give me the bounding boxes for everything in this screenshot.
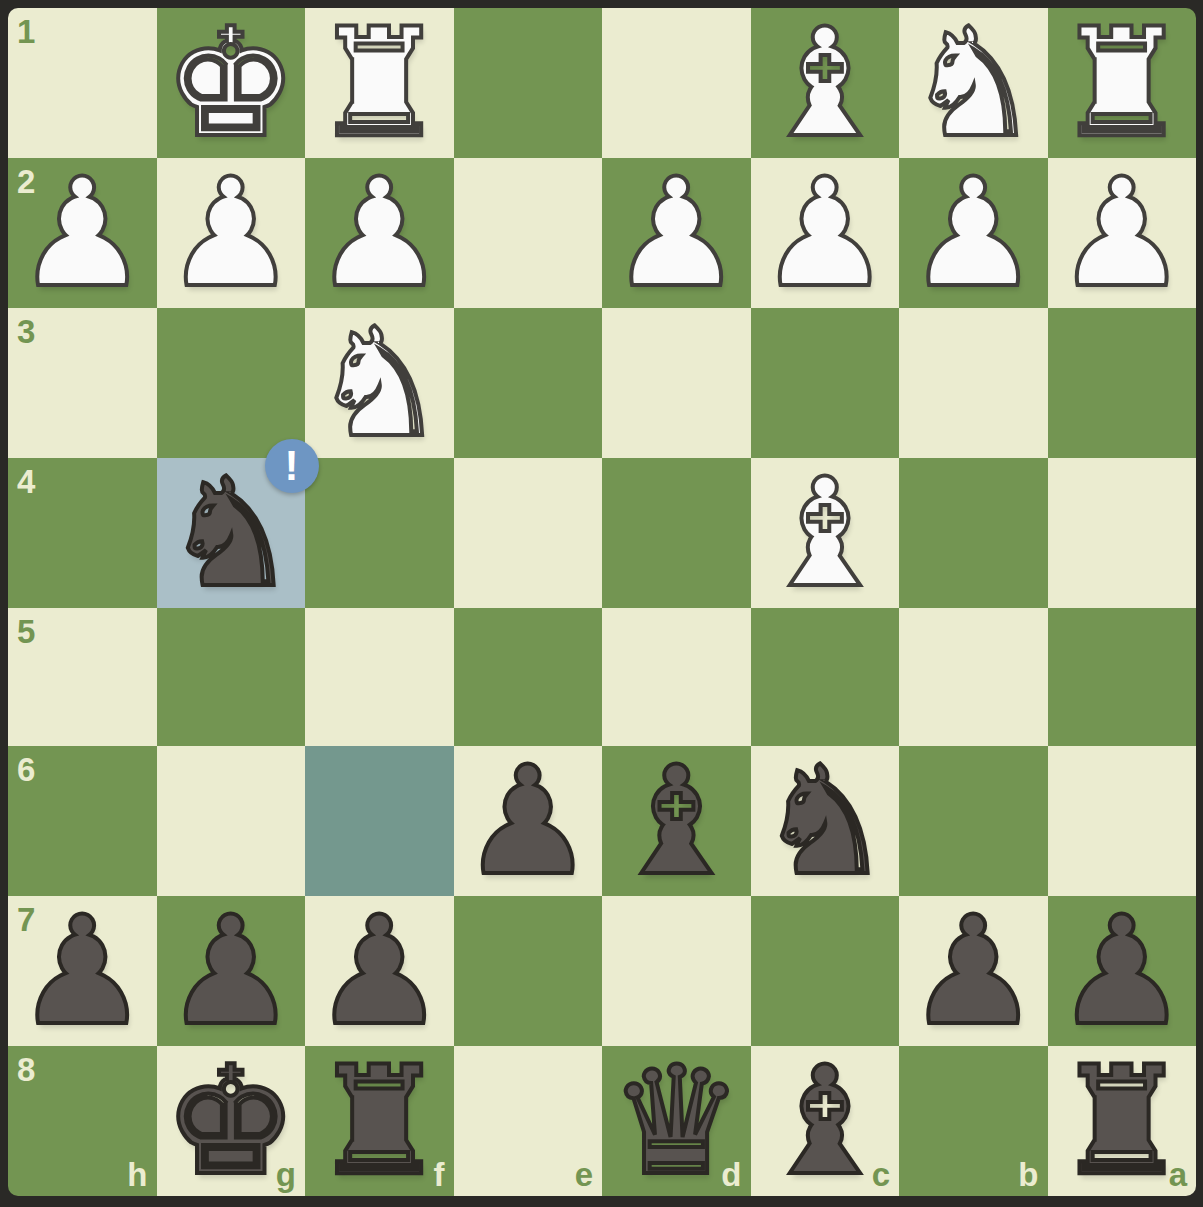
square-c3[interactable] (751, 308, 900, 458)
piece-black-knight[interactable]: ♞ (758, 746, 892, 896)
square-e2[interactable] (454, 158, 603, 308)
square-a8[interactable]: a♜ (1048, 1046, 1197, 1196)
square-h7[interactable]: 7♟ (8, 896, 157, 1046)
square-f3[interactable]: ♞ (305, 308, 454, 458)
square-a4[interactable] (1048, 458, 1197, 608)
file-label-h: h (127, 1158, 147, 1191)
chess-board: 1♚♜♝♞♜2♟♟♟♟♟♟♟3♞4♞!♝56♟♝♞7♟♟♟♟♟8hg♚f♜ed♛… (8, 8, 1196, 1196)
square-f7[interactable]: ♟ (305, 896, 454, 1046)
square-d4[interactable] (602, 458, 751, 608)
square-f2[interactable]: ♟ (305, 158, 454, 308)
square-c5[interactable] (751, 608, 900, 746)
square-h3[interactable]: 3 (8, 308, 157, 458)
square-c1[interactable]: ♝ (751, 8, 900, 158)
move-highlight-f6 (305, 746, 454, 896)
square-g2[interactable]: ♟ (157, 158, 306, 308)
piece-black-pawn[interactable]: ♟ (312, 896, 446, 1046)
piece-white-knight[interactable]: ♞ (906, 8, 1040, 158)
square-h2[interactable]: 2♟ (8, 158, 157, 308)
great-move-badge: ! (265, 439, 319, 493)
piece-white-pawn[interactable]: ♟ (1055, 158, 1189, 308)
piece-white-bishop[interactable]: ♝ (758, 458, 892, 608)
piece-white-rook[interactable]: ♜ (312, 8, 446, 158)
square-g5[interactable] (157, 608, 306, 746)
square-d1[interactable] (602, 8, 751, 158)
square-h6[interactable]: 6 (8, 746, 157, 896)
square-e1[interactable] (454, 8, 603, 158)
square-b5[interactable] (899, 608, 1048, 746)
rank-label-4: 4 (17, 465, 35, 498)
square-b2[interactable]: ♟ (899, 158, 1048, 308)
square-a6[interactable] (1048, 746, 1197, 896)
square-c4[interactable]: ♝ (751, 458, 900, 608)
square-g1[interactable]: ♚ (157, 8, 306, 158)
square-a2[interactable]: ♟ (1048, 158, 1197, 308)
piece-white-pawn[interactable]: ♟ (164, 158, 298, 308)
piece-white-king[interactable]: ♚ (164, 8, 298, 158)
rank-label-1: 1 (17, 15, 35, 48)
piece-black-queen[interactable]: ♛ (609, 1046, 743, 1196)
square-g3[interactable] (157, 308, 306, 458)
square-h1[interactable]: 1 (8, 8, 157, 158)
square-g7[interactable]: ♟ (157, 896, 306, 1046)
square-h5[interactable]: 5 (8, 608, 157, 746)
square-c8[interactable]: c♝ (751, 1046, 900, 1196)
square-b6[interactable] (899, 746, 1048, 896)
piece-black-rook[interactable]: ♜ (1055, 1046, 1189, 1196)
square-b4[interactable] (899, 458, 1048, 608)
piece-black-pawn[interactable]: ♟ (906, 896, 1040, 1046)
square-d3[interactable] (602, 308, 751, 458)
piece-black-rook[interactable]: ♜ (312, 1046, 446, 1196)
file-label-b: b (1018, 1158, 1038, 1191)
piece-white-rook[interactable]: ♜ (1055, 8, 1189, 158)
square-g4[interactable]: ♞! (157, 458, 306, 608)
rank-label-5: 5 (17, 615, 35, 648)
square-c6[interactable]: ♞ (751, 746, 900, 896)
file-label-e: e (575, 1158, 593, 1191)
piece-black-pawn[interactable]: ♟ (461, 746, 595, 896)
piece-black-bishop[interactable]: ♝ (758, 1046, 892, 1196)
square-g6[interactable] (157, 746, 306, 896)
square-d5[interactable] (602, 608, 751, 746)
piece-black-pawn[interactable]: ♟ (15, 896, 149, 1046)
square-e5[interactable] (454, 608, 603, 746)
square-b1[interactable]: ♞ (899, 8, 1048, 158)
square-e6[interactable]: ♟ (454, 746, 603, 896)
square-a1[interactable]: ♜ (1048, 8, 1197, 158)
square-e3[interactable] (454, 308, 603, 458)
square-f6[interactable] (305, 746, 454, 896)
square-a7[interactable]: ♟ (1048, 896, 1197, 1046)
square-d6[interactable]: ♝ (602, 746, 751, 896)
piece-black-bishop[interactable]: ♝ (609, 746, 743, 896)
rank-label-6: 6 (17, 753, 35, 786)
piece-black-pawn[interactable]: ♟ (1055, 896, 1189, 1046)
piece-white-pawn[interactable]: ♟ (906, 158, 1040, 308)
square-d8[interactable]: d♛ (602, 1046, 751, 1196)
square-f5[interactable] (305, 608, 454, 746)
piece-white-pawn[interactable]: ♟ (758, 158, 892, 308)
square-h4[interactable]: 4 (8, 458, 157, 608)
square-g8[interactable]: g♚ (157, 1046, 306, 1196)
square-c2[interactable]: ♟ (751, 158, 900, 308)
square-a5[interactable] (1048, 608, 1197, 746)
piece-white-pawn[interactable]: ♟ (609, 158, 743, 308)
square-b3[interactable] (899, 308, 1048, 458)
piece-white-bishop[interactable]: ♝ (758, 8, 892, 158)
square-b8[interactable]: b (899, 1046, 1048, 1196)
square-e8[interactable]: e (454, 1046, 603, 1196)
square-h8[interactable]: 8h (8, 1046, 157, 1196)
square-a3[interactable] (1048, 308, 1197, 458)
square-f1[interactable]: ♜ (305, 8, 454, 158)
piece-black-pawn[interactable]: ♟ (164, 896, 298, 1046)
square-f4[interactable] (305, 458, 454, 608)
piece-white-pawn[interactable]: ♟ (312, 158, 446, 308)
square-d7[interactable] (602, 896, 751, 1046)
square-d2[interactable]: ♟ (602, 158, 751, 308)
piece-black-king[interactable]: ♚ (164, 1046, 298, 1196)
square-e4[interactable] (454, 458, 603, 608)
square-e7[interactable] (454, 896, 603, 1046)
piece-white-knight[interactable]: ♞ (312, 308, 446, 458)
piece-white-pawn[interactable]: ♟ (15, 158, 149, 308)
square-b7[interactable]: ♟ (899, 896, 1048, 1046)
square-f8[interactable]: f♜ (305, 1046, 454, 1196)
square-c7[interactable] (751, 896, 900, 1046)
